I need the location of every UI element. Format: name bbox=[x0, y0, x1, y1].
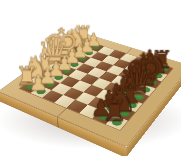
felt-base bbox=[109, 118, 124, 128]
felt-base bbox=[23, 83, 36, 91]
felt-base bbox=[145, 62, 157, 69]
fold-hinge-seam-front bbox=[56, 117, 58, 128]
felt-base bbox=[117, 109, 131, 118]
felt-base bbox=[41, 70, 54, 77]
felt-base bbox=[104, 104, 118, 113]
photo-stage: ♜♟♟♜♞♟♟♞♝♟♟♝♚♟♟♚♛♟♟♛♝♟♟♝♞♟♟♞♜♟♟♜ bbox=[0, 0, 181, 156]
felt-base bbox=[133, 75, 145, 82]
felt-base bbox=[126, 81, 139, 89]
felt-base bbox=[151, 72, 163, 79]
felt-base bbox=[145, 79, 158, 86]
felt-base bbox=[157, 66, 169, 73]
felt-base bbox=[95, 112, 109, 121]
